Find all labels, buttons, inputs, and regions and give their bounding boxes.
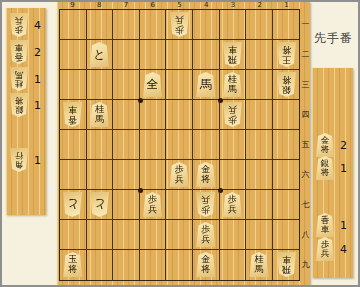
square-1-6[interactable] bbox=[273, 160, 300, 190]
square-5-7[interactable] bbox=[166, 190, 193, 220]
square-3-4[interactable]: 歩兵 bbox=[220, 100, 247, 130]
piece-pawn[interactable]: 歩兵 bbox=[169, 12, 190, 37]
square-1-4[interactable] bbox=[273, 100, 300, 130]
rank-label: 五 bbox=[301, 129, 310, 159]
hand-count: 1 bbox=[340, 162, 347, 175]
square-3-3[interactable]: 桂馬 bbox=[220, 70, 247, 100]
square-8-8[interactable] bbox=[87, 220, 114, 250]
square-4-9[interactable]: 金将 bbox=[193, 250, 220, 280]
piece-tokin[interactable]: と bbox=[62, 192, 83, 217]
square-5-8[interactable] bbox=[166, 220, 193, 250]
piece-silver[interactable]: 銀将 bbox=[9, 93, 29, 117]
hand-count: 1 bbox=[34, 154, 41, 167]
square-5-5[interactable] bbox=[166, 130, 193, 160]
piece-kanji: 兵 bbox=[15, 16, 24, 25]
piece-pawn[interactable]: 歩兵 bbox=[195, 192, 216, 217]
square-9-2[interactable] bbox=[60, 40, 87, 70]
hand-count: 4 bbox=[340, 243, 347, 256]
square-5-3[interactable] bbox=[166, 70, 193, 100]
hand-count: 2 bbox=[340, 139, 347, 152]
piece-kanji: 将 bbox=[15, 96, 24, 105]
square-8-2[interactable]: と bbox=[87, 40, 114, 70]
piece-kanji: 兵 bbox=[201, 235, 210, 245]
square-7-1[interactable] bbox=[113, 10, 140, 40]
square-6-1[interactable] bbox=[140, 10, 167, 40]
shogi-board: 987654321 一二三四五六七八九 歩兵と飛車王将全馬桂馬銀将香車桂馬歩兵歩… bbox=[57, 2, 310, 285]
hand-count: 1 bbox=[340, 219, 347, 232]
piece-kanji: 車 bbox=[15, 43, 24, 52]
square-5-4[interactable] bbox=[166, 100, 193, 130]
piece-kanji: 将 bbox=[282, 45, 291, 55]
hand-count: 4 bbox=[34, 19, 41, 32]
gote-hand-knight: 桂馬1 bbox=[9, 67, 41, 91]
square-4-1[interactable] bbox=[193, 10, 220, 40]
piece-kanji: 銀 bbox=[282, 85, 291, 95]
square-7-5[interactable] bbox=[113, 130, 140, 160]
piece-knight[interactable]: 桂馬 bbox=[89, 102, 110, 127]
star-point bbox=[218, 188, 223, 193]
piece-kanji: 将 bbox=[282, 75, 291, 85]
star-point bbox=[138, 98, 143, 103]
square-2-1[interactable] bbox=[246, 10, 273, 40]
piece-lance[interactable]: 香車 bbox=[315, 213, 335, 237]
square-1-9[interactable]: 飛車 bbox=[273, 250, 300, 280]
piece-kanji: 兵 bbox=[321, 249, 330, 258]
square-2-6[interactable] bbox=[246, 160, 273, 190]
square-9-5[interactable] bbox=[60, 130, 87, 160]
file-label: 4 bbox=[193, 2, 220, 9]
board-grid: 歩兵と飛車王将全馬桂馬銀将香車桂馬歩兵歩兵金将とと歩兵歩兵歩兵歩兵玉将金将桂馬飛… bbox=[59, 9, 300, 281]
square-5-2[interactable] bbox=[166, 40, 193, 70]
piece-kanji: 馬 bbox=[95, 115, 104, 125]
square-2-8[interactable] bbox=[246, 220, 273, 250]
square-8-6[interactable] bbox=[87, 160, 114, 190]
piece-kanji: 将 bbox=[68, 265, 77, 275]
piece-kanji: 将 bbox=[321, 168, 330, 177]
file-label: 2 bbox=[246, 2, 273, 9]
gote-hand-lance: 香車2 bbox=[9, 40, 41, 64]
piece-kanji: 将 bbox=[201, 175, 210, 185]
square-9-8[interactable] bbox=[60, 220, 87, 250]
square-1-7[interactable] bbox=[273, 190, 300, 220]
piece-kanji: 将 bbox=[201, 265, 210, 275]
square-6-4[interactable] bbox=[140, 100, 167, 130]
file-label: 1 bbox=[273, 2, 300, 9]
piece-lance[interactable]: 香車 bbox=[9, 40, 29, 64]
file-label: 3 bbox=[220, 2, 247, 9]
piece-kanji: 車 bbox=[228, 45, 237, 55]
square-9-6[interactable] bbox=[60, 160, 87, 190]
square-9-1[interactable] bbox=[60, 10, 87, 40]
piece-kanji: 車 bbox=[68, 105, 77, 115]
rank-label: 四 bbox=[301, 99, 310, 129]
square-9-4[interactable]: 香車 bbox=[60, 100, 87, 130]
rank-labels: 一二三四五六七八九 bbox=[301, 9, 310, 281]
piece-knight[interactable]: 桂馬 bbox=[9, 67, 29, 91]
gote-hand-silver: 銀将1 bbox=[9, 93, 41, 117]
piece-pawn[interactable]: 歩兵 bbox=[195, 222, 216, 247]
piece-rook[interactable]: 飛車 bbox=[276, 252, 297, 277]
piece-pawn[interactable]: 歩兵 bbox=[9, 13, 29, 37]
piece-kanji: 兵 bbox=[201, 195, 210, 205]
sente-hand-gold: 金将2 bbox=[315, 133, 347, 157]
square-7-2[interactable] bbox=[113, 40, 140, 70]
sente-captured-stand: 金将2銀将1香車1歩兵4 bbox=[312, 68, 353, 278]
square-6-9[interactable] bbox=[140, 250, 167, 280]
square-8-4[interactable]: 桂馬 bbox=[87, 100, 114, 130]
piece-knight[interactable]: 桂馬 bbox=[248, 252, 269, 277]
hand-count: 1 bbox=[34, 99, 41, 112]
square-7-7[interactable] bbox=[113, 190, 140, 220]
hand-count: 2 bbox=[34, 46, 41, 59]
piece-kanji: 飛 bbox=[282, 265, 291, 275]
square-8-5[interactable] bbox=[87, 130, 114, 160]
piece-gold[interactable]: 金将 bbox=[195, 162, 216, 187]
square-6-3[interactable]: 全 bbox=[140, 70, 167, 100]
gote-hand-pawn: 歩兵4 bbox=[9, 13, 41, 37]
piece-kanji: 歩 bbox=[175, 25, 184, 35]
file-labels: 987654321 bbox=[59, 2, 300, 9]
piece-king[interactable]: 王将 bbox=[276, 42, 297, 67]
square-4-7[interactable]: 歩兵 bbox=[193, 190, 220, 220]
piece-silver[interactable]: 銀将 bbox=[315, 156, 335, 180]
square-1-1[interactable] bbox=[273, 10, 300, 40]
piece-king[interactable]: 玉将 bbox=[62, 252, 83, 277]
piece-silver[interactable]: 銀将 bbox=[276, 72, 297, 97]
square-3-9[interactable] bbox=[220, 250, 247, 280]
file-label: 7 bbox=[113, 2, 140, 9]
piece-kanji: 車 bbox=[321, 225, 330, 234]
piece-kanji: 王 bbox=[282, 55, 291, 65]
piece-kanji: 兵 bbox=[175, 15, 184, 25]
piece-bishop[interactable]: 角行 bbox=[9, 148, 29, 172]
piece-kanji: 桂 bbox=[15, 79, 24, 88]
rank-label: 八 bbox=[301, 219, 310, 249]
square-8-3[interactable] bbox=[87, 70, 114, 100]
square-9-9[interactable]: 玉将 bbox=[60, 250, 87, 280]
piece-promoted-bishop[interactable]: 馬 bbox=[195, 72, 216, 97]
square-6-8[interactable] bbox=[140, 220, 167, 250]
square-7-9[interactable] bbox=[113, 250, 140, 280]
piece-tokin[interactable]: と bbox=[89, 42, 110, 67]
square-7-6[interactable] bbox=[113, 160, 140, 190]
piece-pawn[interactable]: 歩兵 bbox=[315, 237, 335, 261]
piece-kanji: と bbox=[93, 198, 105, 211]
rank-label: 七 bbox=[301, 189, 310, 219]
square-9-7[interactable]: と bbox=[60, 190, 87, 220]
piece-kanji: 兵 bbox=[228, 105, 237, 115]
square-6-2[interactable] bbox=[140, 40, 167, 70]
piece-kanji: 飛 bbox=[228, 55, 237, 65]
piece-kanji: 将 bbox=[321, 145, 330, 154]
square-1-8[interactable] bbox=[273, 220, 300, 250]
square-6-7[interactable]: 歩兵 bbox=[140, 190, 167, 220]
rank-label: 三 bbox=[301, 69, 310, 99]
square-2-9[interactable]: 桂馬 bbox=[246, 250, 273, 280]
square-3-2[interactable]: 飛車 bbox=[220, 40, 247, 70]
piece-kanji: と bbox=[93, 48, 105, 61]
star-point bbox=[138, 188, 143, 193]
square-7-8[interactable] bbox=[113, 220, 140, 250]
gote-hand-bishop: 角行1 bbox=[9, 148, 41, 172]
square-3-5[interactable] bbox=[220, 130, 247, 160]
piece-pawn[interactable]: 歩兵 bbox=[142, 192, 163, 217]
square-3-8[interactable] bbox=[220, 220, 247, 250]
piece-kanji: 香 bbox=[15, 52, 24, 61]
piece-pawn[interactable]: 歩兵 bbox=[222, 192, 243, 217]
square-6-6[interactable] bbox=[140, 160, 167, 190]
piece-kanji: 全 bbox=[147, 78, 159, 91]
square-7-3[interactable] bbox=[113, 70, 140, 100]
piece-kanji: 馬 bbox=[228, 85, 237, 95]
piece-kanji: 銀 bbox=[15, 105, 24, 114]
piece-kanji: 香 bbox=[68, 115, 77, 125]
square-3-1[interactable] bbox=[220, 10, 247, 40]
turn-indicator: 先手番 bbox=[314, 30, 360, 47]
square-4-8[interactable]: 歩兵 bbox=[193, 220, 220, 250]
square-2-5[interactable] bbox=[246, 130, 273, 160]
piece-pawn[interactable]: 歩兵 bbox=[222, 102, 243, 127]
file-label: 6 bbox=[139, 2, 166, 9]
square-4-4[interactable] bbox=[193, 100, 220, 130]
square-1-3[interactable]: 銀将 bbox=[273, 70, 300, 100]
piece-kanji: 馬 bbox=[15, 70, 24, 79]
sente-hand-pawn: 歩兵4 bbox=[315, 237, 347, 261]
piece-kanji: 兵 bbox=[148, 205, 157, 215]
piece-kanji: と bbox=[67, 198, 79, 211]
square-2-2[interactable] bbox=[246, 40, 273, 70]
square-2-4[interactable] bbox=[246, 100, 273, 130]
square-4-6[interactable]: 金将 bbox=[193, 160, 220, 190]
square-8-1[interactable] bbox=[87, 10, 114, 40]
square-1-5[interactable] bbox=[273, 130, 300, 160]
star-point bbox=[218, 98, 223, 103]
piece-kanji: 行 bbox=[15, 151, 24, 160]
piece-kanji: 車 bbox=[282, 255, 291, 265]
piece-kanji: 歩 bbox=[15, 25, 24, 34]
square-5-9[interactable] bbox=[166, 250, 193, 280]
file-label: 5 bbox=[166, 2, 193, 9]
square-3-7[interactable]: 歩兵 bbox=[220, 190, 247, 220]
piece-kanji: 歩 bbox=[201, 205, 210, 215]
square-7-4[interactable] bbox=[113, 100, 140, 130]
square-4-2[interactable] bbox=[193, 40, 220, 70]
piece-tokin[interactable]: と bbox=[89, 192, 110, 217]
sente-hand-lance: 香車1 bbox=[315, 213, 347, 237]
square-2-3[interactable] bbox=[246, 70, 273, 100]
square-9-3[interactable] bbox=[60, 70, 87, 100]
piece-lance[interactable]: 香車 bbox=[62, 102, 83, 127]
square-2-7[interactable] bbox=[246, 190, 273, 220]
piece-kanji: 兵 bbox=[228, 205, 237, 215]
square-8-7[interactable]: と bbox=[87, 190, 114, 220]
piece-knight[interactable]: 桂馬 bbox=[222, 72, 243, 97]
square-4-5[interactable] bbox=[193, 130, 220, 160]
piece-kanji: 角 bbox=[15, 160, 24, 169]
square-8-9[interactable] bbox=[87, 250, 114, 280]
shogi-app: 歩兵4香車2桂馬1銀将1角行1 987654321 一二三四五六七八九 歩兵と飛… bbox=[0, 0, 360, 287]
sente-hand-silver: 銀将1 bbox=[315, 156, 347, 180]
square-1-2[interactable]: 王将 bbox=[273, 40, 300, 70]
square-3-6[interactable] bbox=[220, 160, 247, 190]
rank-label: 六 bbox=[301, 159, 310, 189]
piece-gold[interactable]: 金将 bbox=[315, 133, 335, 157]
piece-kanji: 馬 bbox=[200, 78, 212, 91]
rank-label: 二 bbox=[301, 39, 310, 69]
file-label: 8 bbox=[86, 2, 113, 9]
gote-captured-stand: 歩兵4香車2桂馬1銀将1角行1 bbox=[6, 8, 46, 215]
piece-rook[interactable]: 飛車 bbox=[222, 42, 243, 67]
square-5-1[interactable]: 歩兵 bbox=[166, 10, 193, 40]
piece-pawn[interactable]: 歩兵 bbox=[169, 162, 190, 187]
rank-label: 九 bbox=[301, 249, 310, 279]
file-label: 9 bbox=[59, 2, 86, 9]
piece-promoted-silver[interactable]: 全 bbox=[142, 72, 163, 97]
piece-gold[interactable]: 金将 bbox=[195, 252, 216, 277]
square-6-5[interactable] bbox=[140, 130, 167, 160]
piece-kanji: 兵 bbox=[175, 175, 184, 185]
piece-kanji: 馬 bbox=[254, 265, 263, 275]
piece-kanji: 歩 bbox=[228, 115, 237, 125]
square-4-3[interactable]: 馬 bbox=[193, 70, 220, 100]
square-5-6[interactable]: 歩兵 bbox=[166, 160, 193, 190]
hand-count: 1 bbox=[34, 73, 41, 86]
rank-label: 一 bbox=[301, 9, 310, 39]
